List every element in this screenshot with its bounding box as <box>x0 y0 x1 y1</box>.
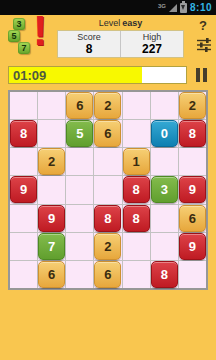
pause-icon <box>203 68 207 82</box>
grid-cell-r3-c7[interactable] <box>179 148 206 175</box>
high-value: 227 <box>121 43 183 56</box>
tile-8-red[interactable]: 8 <box>94 205 121 232</box>
tile-6-orange[interactable]: 6 <box>38 261 65 288</box>
grid-cell-r7-c7[interactable] <box>179 261 206 288</box>
pause-button[interactable] <box>195 67 208 83</box>
tile-0-blue[interactable]: 0 <box>151 120 178 147</box>
grid-cell-r1-c4[interactable]: 2 <box>94 92 121 119</box>
grid-cell-r5-c7[interactable]: 6 <box>179 205 206 232</box>
grid-cell-r4-c1[interactable]: 9 <box>10 176 37 203</box>
tile-8-red[interactable]: 8 <box>151 261 178 288</box>
logo-tile-5: 5 <box>8 30 20 42</box>
signal-strength-icon <box>169 4 177 12</box>
tile-2-orange[interactable]: 2 <box>179 92 206 119</box>
status-clock: 8:10 <box>190 2 212 13</box>
grid-cell-r6-c7[interactable]: 9 <box>179 233 206 260</box>
grid-cell-r6-c6[interactable] <box>151 233 178 260</box>
grid-cell-r1-c1[interactable] <box>10 92 37 119</box>
grid-cell-r4-c6[interactable]: 3 <box>151 176 178 203</box>
grid-cell-r3-c1[interactable] <box>10 148 37 175</box>
app-logo: 3 5 7 ! <box>8 16 58 61</box>
timer-progress-bar: 01:09 <box>8 66 187 84</box>
tile-6-orange[interactable]: 6 <box>94 261 121 288</box>
tile-6-orange[interactable]: 6 <box>66 92 93 119</box>
grid-cell-r4-c7[interactable]: 9 <box>179 176 206 203</box>
logo-tile-7: 7 <box>18 42 30 54</box>
tile-8-red[interactable]: 8 <box>123 176 150 203</box>
high-box: High 227 <box>121 31 183 57</box>
grid-cell-r4-c5[interactable]: 8 <box>123 176 150 203</box>
tile-8-red[interactable]: 8 <box>179 120 206 147</box>
timer-value: 01:09 <box>13 68 46 83</box>
grid-cell-r1-c2[interactable] <box>38 92 65 119</box>
grid-cell-r4-c3[interactable] <box>66 176 93 203</box>
grid-cell-r5-c1[interactable] <box>10 205 37 232</box>
grid-cell-r3-c3[interactable] <box>66 148 93 175</box>
tile-7-green[interactable]: 7 <box>38 233 65 260</box>
logo-exclamation: ! <box>33 7 47 55</box>
grid-cell-r7-c6[interactable]: 8 <box>151 261 178 288</box>
grid-cell-r5-c2[interactable]: 9 <box>38 205 65 232</box>
grid-cell-r7-c1[interactable] <box>10 261 37 288</box>
grid-cell-r6-c4[interactable]: 2 <box>94 233 121 260</box>
level-value: easy <box>122 18 142 28</box>
grid-cell-r1-c7[interactable]: 2 <box>179 92 206 119</box>
timer-row: 01:09 <box>8 65 208 85</box>
grid-cell-r3-c2[interactable]: 2 <box>38 148 65 175</box>
grid-cell-r2-c3[interactable]: 5 <box>66 120 93 147</box>
grid-cell-r4-c4[interactable] <box>94 176 121 203</box>
grid-cell-r7-c5[interactable] <box>123 261 150 288</box>
header: 3 5 7 ! Leveleasy Score 8 High 227 ? <box>0 15 216 62</box>
level-label: Level <box>99 18 121 28</box>
tile-5-green[interactable]: 5 <box>66 120 93 147</box>
grid-cell-r7-c3[interactable] <box>66 261 93 288</box>
header-center: Leveleasy Score 8 High 227 <box>57 17 184 58</box>
tile-9-red[interactable]: 9 <box>179 176 206 203</box>
score-panel: Score 8 High 227 <box>57 30 184 58</box>
score-value: 8 <box>58 43 120 56</box>
grid-cell-r2-c7[interactable]: 8 <box>179 120 206 147</box>
help-button[interactable]: ? <box>199 18 207 33</box>
tile-9-red[interactable]: 9 <box>38 205 65 232</box>
grid-cell-r1-c3[interactable]: 6 <box>66 92 93 119</box>
logo-tile-3: 3 <box>13 18 25 30</box>
grid-cell-r5-c5[interactable]: 8 <box>123 205 150 232</box>
grid-cell-r6-c1[interactable] <box>10 233 37 260</box>
grid-cell-r5-c3[interactable] <box>66 205 93 232</box>
grid-cell-r5-c6[interactable] <box>151 205 178 232</box>
grid-cell-r3-c4[interactable] <box>94 148 121 175</box>
tile-6-orange[interactable]: 6 <box>179 205 206 232</box>
grid-cell-r2-c5[interactable] <box>123 120 150 147</box>
grid-cell-r3-c5[interactable]: 1 <box>123 148 150 175</box>
battery-charging-icon <box>180 3 187 13</box>
grid-cell-r4-c2[interactable] <box>38 176 65 203</box>
tile-2-orange[interactable]: 2 <box>38 148 65 175</box>
tile-6-orange[interactable]: 6 <box>94 120 121 147</box>
charging-bolt-icon <box>181 5 185 10</box>
score-box: Score 8 <box>58 31 120 57</box>
tile-2-orange[interactable]: 2 <box>94 92 121 119</box>
tile-8-red[interactable]: 8 <box>123 205 150 232</box>
grid-cell-r5-c4[interactable]: 8 <box>94 205 121 232</box>
grid-cell-r6-c3[interactable] <box>66 233 93 260</box>
grid-cell-r6-c2[interactable]: 7 <box>38 233 65 260</box>
grid-cell-r7-c4[interactable]: 6 <box>94 261 121 288</box>
app-screen: 3G 8:10 3 5 7 ! Leveleasy Score 8 High 2… <box>0 0 216 360</box>
tile-2-orange[interactable]: 2 <box>94 233 121 260</box>
tile-3-green[interactable]: 3 <box>151 176 178 203</box>
tile-8-red[interactable]: 8 <box>10 120 37 147</box>
settings-sliders-button[interactable] <box>195 36 213 54</box>
network-type-label: 3G <box>158 3 166 9</box>
tile-9-red[interactable]: 9 <box>10 176 37 203</box>
game-board: 622856082198399886729668 <box>8 90 208 290</box>
grid-cell-r6-c5[interactable] <box>123 233 150 260</box>
grid-cell-r2-c4[interactable]: 6 <box>94 120 121 147</box>
grid-cell-r2-c2[interactable] <box>38 120 65 147</box>
sliders-icon <box>195 36 213 54</box>
tile-9-red[interactable]: 9 <box>179 233 206 260</box>
grid-cell-r7-c2[interactable]: 6 <box>38 261 65 288</box>
pause-icon <box>196 68 200 82</box>
grid-cell-r2-c1[interactable]: 8 <box>10 120 37 147</box>
grid-cell-r2-c6[interactable]: 0 <box>151 120 178 147</box>
level-line: Leveleasy <box>57 17 184 30</box>
grid-cell-r1-c5[interactable] <box>123 92 150 119</box>
grid-cell-r3-c6[interactable] <box>151 148 178 175</box>
grid-cell-r1-c6[interactable] <box>151 92 178 119</box>
tile-1-orange[interactable]: 1 <box>123 148 150 175</box>
